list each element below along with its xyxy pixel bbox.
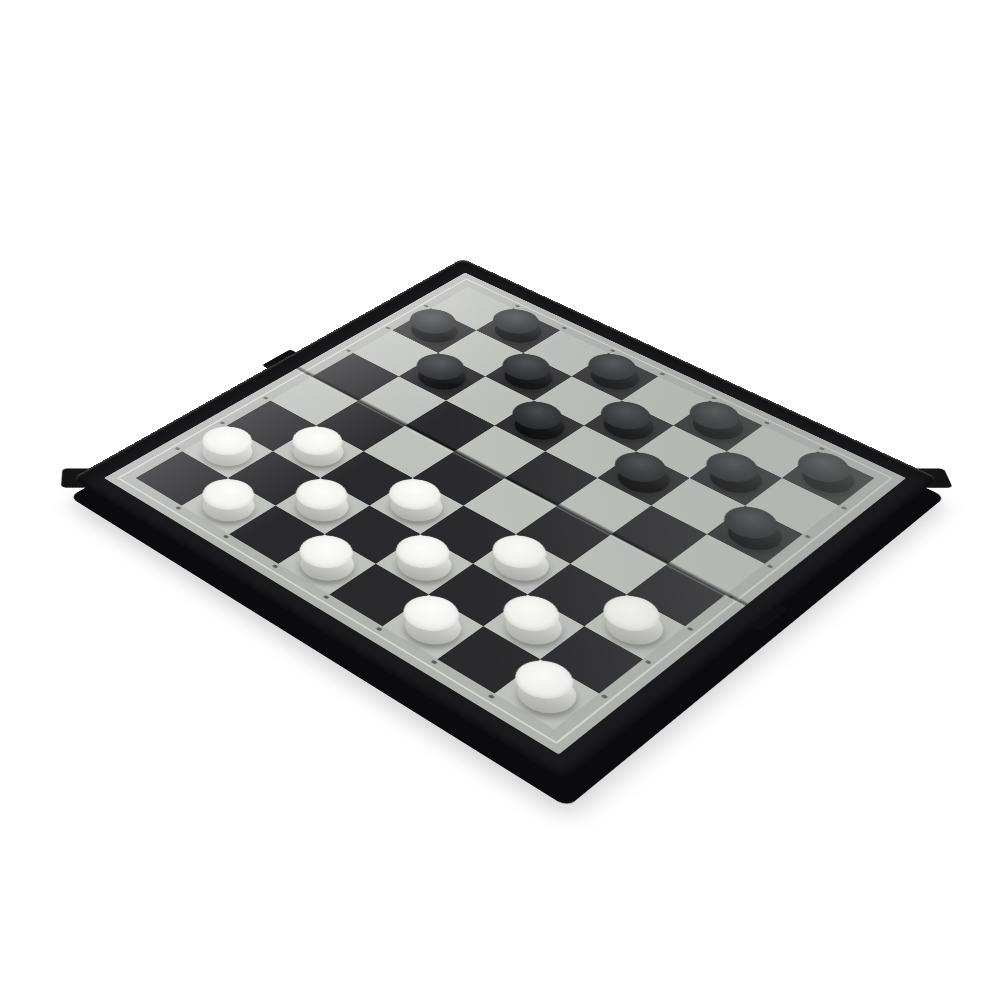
board-surface: [104, 273, 906, 755]
board-frame: [72, 259, 937, 781]
checkers-board: [72, 259, 937, 781]
product-photo-scene: [0, 0, 1000, 1000]
board-grid: [136, 287, 875, 729]
